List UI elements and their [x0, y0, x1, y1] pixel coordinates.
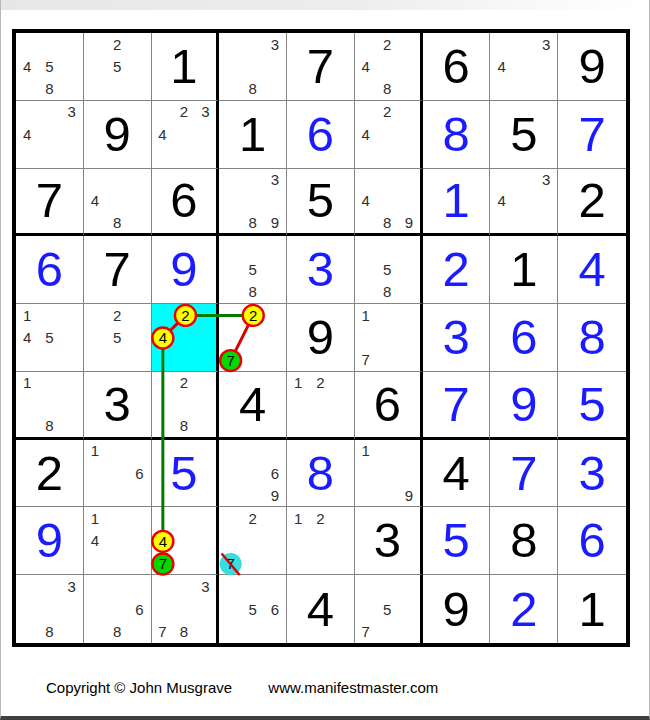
candidate-8: 8 [376, 78, 398, 100]
given-digit: 7 [84, 236, 151, 303]
candidate-4: 4 [355, 190, 377, 212]
candidate-grid: 25 [84, 33, 151, 100]
cell-r9c2[interactable]: 68 [84, 575, 152, 643]
candidate-grid: 24 [355, 101, 420, 168]
cell-r6c3[interactable]: 28 [152, 372, 220, 440]
given-digit: 5 [287, 169, 354, 234]
cell-r6c6[interactable]: 6 [355, 372, 423, 440]
cell-r3c9[interactable]: 2 [558, 169, 626, 237]
candidate-grid: 248 [355, 33, 420, 100]
given-digit: 1 [219, 101, 286, 168]
cell-r7c2[interactable]: 16 [84, 440, 152, 508]
cell-r8c2[interactable]: 14 [84, 507, 152, 575]
candidate-grid: 34 [490, 33, 557, 100]
cell-r9c9[interactable]: 1 [558, 575, 626, 643]
cell-r9c7[interactable]: 9 [423, 575, 491, 643]
candidate-7: 7 [355, 620, 377, 643]
candidate-grid: 28 [152, 372, 217, 437]
candidate-grid: 56 [219, 575, 286, 643]
solved-digit: 6 [16, 236, 83, 303]
cell-r7c4[interactable]: 69 [219, 440, 287, 508]
copyright-text: Copyright © John Musgrave [46, 679, 232, 696]
cell-r5c1[interactable]: 145 [16, 304, 84, 372]
candidate-1: 1 [287, 507, 309, 529]
candidate-4: 4 [355, 55, 377, 77]
cell-r5c5[interactable]: 9 [287, 304, 355, 372]
given-digit: 1 [152, 33, 217, 100]
candidate-1: 1 [84, 507, 106, 529]
sudoku-board: 4582513872486349349234162485774863895489… [12, 29, 630, 647]
candidate-6: 6 [264, 462, 286, 484]
candidate-8: 8 [38, 415, 60, 437]
solved-digit: 8 [558, 304, 626, 371]
candidate-5: 5 [376, 259, 398, 281]
candidate-3: 3 [264, 169, 286, 191]
candidate-9: 9 [398, 484, 420, 506]
cell-r2c9[interactable]: 7 [558, 101, 626, 169]
candidate-grid: 25 [84, 304, 151, 371]
cell-r4c4[interactable]: 58 [219, 236, 287, 304]
cell-r3c1[interactable]: 7 [16, 169, 84, 237]
cell-r2c7[interactable]: 8 [423, 101, 491, 169]
cell-r3c6[interactable]: 489 [355, 169, 423, 237]
candidate-grid: 48 [84, 169, 151, 234]
candidate-5: 5 [38, 55, 60, 77]
cell-r3c2[interactable]: 48 [84, 169, 152, 237]
solved-digit: 5 [558, 372, 626, 437]
cell-r6c9[interactable]: 5 [558, 372, 626, 440]
solved-digit: 5 [423, 507, 490, 574]
cell-r6c8[interactable]: 9 [490, 372, 558, 440]
candidate-3: 3 [195, 575, 217, 598]
given-digit: 6 [152, 169, 217, 234]
candidate-3: 3 [61, 101, 83, 123]
cell-r4c2[interactable]: 7 [84, 236, 152, 304]
website-text[interactable]: www.manifestmaster.com [268, 679, 438, 696]
candidate-grid: 57 [355, 575, 420, 643]
cell-r9c3[interactable]: 378 [152, 575, 220, 643]
cell-r9c1[interactable]: 38 [16, 575, 84, 643]
cell-r5c6[interactable]: 17 [355, 304, 423, 372]
candidate-2: 2 [173, 101, 195, 123]
cell-r8c5[interactable]: 12 [287, 507, 355, 575]
candidate-8: 8 [242, 281, 264, 303]
given-digit: 5 [490, 101, 557, 168]
cell-r8c9[interactable]: 6 [558, 507, 626, 575]
candidate-8: 8 [242, 212, 264, 234]
candidate-grid: 234 [152, 101, 217, 168]
candidate-grid: 378 [152, 575, 217, 643]
footer: Copyright © John Musgrave www.manifestma… [46, 679, 438, 696]
candidate-grid: 16 [84, 440, 151, 507]
given-digit: 9 [423, 575, 490, 643]
candidate-1: 1 [84, 440, 106, 462]
candidate-2: 2 [309, 507, 331, 529]
candidate-2: 2 [173, 372, 195, 394]
candidate-grid: 19 [355, 440, 420, 507]
candidate-4: 4 [16, 326, 38, 348]
given-digit: 3 [355, 507, 420, 574]
cell-r1c8[interactable]: 34 [490, 33, 558, 101]
cell-r2c4[interactable]: 1 [219, 101, 287, 169]
candidate-4: 4 [16, 55, 38, 77]
solved-digit: 3 [423, 304, 490, 371]
given-digit: 4 [287, 575, 354, 643]
cell-r4c9[interactable]: 4 [558, 236, 626, 304]
cell-r2c8[interactable]: 5 [490, 101, 558, 169]
solved-digit: 6 [490, 304, 557, 371]
window-top-strip [1, 0, 649, 10]
given-digit: 9 [84, 101, 151, 168]
candidate-5: 5 [376, 598, 398, 621]
cell-r2c1[interactable]: 34 [16, 101, 84, 169]
cell-r6c7[interactable]: 7 [423, 372, 491, 440]
candidate-8: 8 [242, 78, 264, 100]
candidate-7: 7 [355, 349, 377, 371]
candidate-4: 4 [84, 190, 106, 212]
solved-digit: 2 [423, 236, 490, 303]
cell-r1c6[interactable]: 248 [355, 33, 423, 101]
candidate-grid: 34 [16, 101, 83, 168]
candidate-grid: 489 [355, 169, 420, 234]
solved-digit: 5 [152, 440, 217, 507]
cell-r5c2[interactable]: 25 [84, 304, 152, 372]
candidate-3: 3 [264, 33, 286, 55]
candidate-grid: 12 [287, 372, 354, 437]
solved-digit: 3 [287, 236, 354, 303]
candidate-2: 2 [376, 33, 398, 55]
cell-r2c2[interactable]: 9 [84, 101, 152, 169]
candidate-grid: 38 [16, 575, 83, 643]
candidate-grid: 18 [16, 372, 83, 437]
cell-r7c8[interactable]: 7 [490, 440, 558, 508]
candidate-9: 9 [264, 212, 286, 234]
cell-r8c4[interactable]: 2 [219, 507, 287, 575]
candidate-grid: 145 [16, 304, 83, 371]
solved-digit: 7 [558, 101, 626, 168]
solved-digit: 3 [558, 440, 626, 507]
candidate-8: 8 [376, 281, 398, 303]
given-digit: 2 [558, 169, 626, 234]
candidate-1: 1 [355, 440, 377, 462]
cell-r6c2[interactable]: 3 [84, 372, 152, 440]
candidate-4: 4 [490, 55, 512, 77]
candidate-5: 5 [106, 326, 128, 348]
cell-r7c7[interactable]: 4 [423, 440, 491, 508]
given-digit: 1 [558, 575, 626, 643]
cell-r1c4[interactable]: 38 [219, 33, 287, 101]
given-digit: 3 [84, 372, 151, 437]
candidate-grid: 389 [219, 169, 286, 234]
cell-r8c7[interactable]: 5 [423, 507, 491, 575]
candidate-8: 8 [38, 78, 60, 100]
cell-r7c9[interactable]: 3 [558, 440, 626, 508]
candidate-3: 3 [535, 33, 557, 55]
candidate-4: 4 [84, 530, 106, 552]
candidate-2: 2 [106, 33, 128, 55]
cell-r1c3[interactable]: 1 [152, 33, 220, 101]
given-digit: 9 [287, 304, 354, 371]
given-digit: 2 [16, 440, 83, 507]
given-digit: 9 [558, 33, 626, 100]
candidate-2: 2 [309, 372, 331, 394]
candidate-3: 3 [535, 169, 557, 191]
cell-r6c5[interactable]: 12 [287, 372, 355, 440]
cell-r5c8[interactable]: 6 [490, 304, 558, 372]
solved-digit: 8 [423, 101, 490, 168]
candidate-9: 9 [398, 212, 420, 234]
candidate-grid: 68 [84, 575, 151, 643]
cell-r2c5[interactable]: 6 [287, 101, 355, 169]
candidate-4: 4 [16, 123, 38, 145]
candidate-grid: 69 [219, 440, 286, 507]
candidate-6: 6 [264, 598, 286, 621]
solved-digit: 4 [558, 236, 626, 303]
cell-r3c7[interactable]: 1 [423, 169, 491, 237]
sudoku-app-page: 4582513872486349349234162485774863895489… [0, 0, 650, 720]
candidate-grid: 38 [219, 33, 286, 100]
given-digit: 6 [423, 33, 490, 100]
cell-r5c9[interactable]: 8 [558, 304, 626, 372]
given-digit: 4 [219, 372, 286, 437]
candidate-grid: 58 [219, 236, 286, 303]
candidate-4: 4 [152, 123, 174, 145]
cell-r8c6[interactable]: 3 [355, 507, 423, 575]
candidate-4: 4 [355, 123, 377, 145]
candidate-8: 8 [173, 620, 195, 643]
cell-r6c1[interactable]: 18 [16, 372, 84, 440]
given-digit: 4 [423, 440, 490, 507]
cell-r4c1[interactable]: 6 [16, 236, 84, 304]
cell-r4c5[interactable]: 3 [287, 236, 355, 304]
cell-r2c3[interactable]: 234 [152, 101, 220, 169]
cell-r1c9[interactable]: 9 [558, 33, 626, 101]
cell-r7c5[interactable]: 8 [287, 440, 355, 508]
cell-r9c4[interactable]: 56 [219, 575, 287, 643]
cell-r4c7[interactable]: 2 [423, 236, 491, 304]
candidate-5: 5 [242, 598, 264, 621]
solved-digit: 8 [287, 440, 354, 507]
cell-r5c7[interactable]: 3 [423, 304, 491, 372]
given-digit: 6 [355, 372, 420, 437]
candidate-grid [152, 507, 217, 574]
candidate-1: 1 [287, 372, 309, 394]
solved-digit: 7 [490, 440, 557, 507]
cell-r3c5[interactable]: 5 [287, 169, 355, 237]
candidate-grid: 14 [84, 507, 151, 574]
candidate-5: 5 [242, 259, 264, 281]
candidate-9: 9 [264, 484, 286, 506]
cell-r3c8[interactable]: 34 [490, 169, 558, 237]
cell-r3c3[interactable]: 6 [152, 169, 220, 237]
cell-r2c6[interactable]: 24 [355, 101, 423, 169]
cell-r4c6[interactable]: 58 [355, 236, 423, 304]
cell-r7c3[interactable]: 5 [152, 440, 220, 508]
cell-r8c1[interactable]: 9 [16, 507, 84, 575]
candidate-2: 2 [106, 304, 128, 326]
candidate-8: 8 [173, 415, 195, 437]
solved-digit: 6 [287, 101, 354, 168]
candidate-1: 1 [16, 372, 38, 394]
solved-digit: 9 [490, 372, 557, 437]
candidate-8: 8 [376, 212, 398, 234]
candidate-5: 5 [106, 55, 128, 77]
cell-r6c4[interactable]: 4 [219, 372, 287, 440]
candidate-grid: 2 [219, 507, 286, 574]
cell-r5c4[interactable] [219, 304, 287, 372]
solved-digit: 9 [152, 236, 217, 303]
candidate-5: 5 [38, 326, 60, 348]
candidate-grid [219, 304, 286, 371]
given-digit: 8 [490, 507, 557, 574]
solved-digit: 2 [490, 575, 557, 643]
candidate-8: 8 [106, 620, 128, 643]
solved-digit: 6 [558, 507, 626, 574]
candidate-2: 2 [242, 507, 264, 529]
candidate-6: 6 [128, 598, 150, 621]
candidate-8: 8 [106, 212, 128, 234]
candidate-grid: 17 [355, 304, 420, 371]
candidate-2: 2 [376, 101, 398, 123]
candidate-grid: 58 [355, 236, 420, 303]
cell-r5c3[interactable] [152, 304, 220, 372]
candidate-grid [152, 304, 217, 371]
candidate-4: 4 [490, 190, 512, 212]
cell-r3c4[interactable]: 389 [219, 169, 287, 237]
cell-r1c1[interactable]: 458 [16, 33, 84, 101]
candidate-grid: 34 [490, 169, 557, 234]
cell-r9c5[interactable]: 4 [287, 575, 355, 643]
candidate-grid: 12 [287, 507, 354, 574]
cell-r1c5[interactable]: 7 [287, 33, 355, 101]
cell-r7c1[interactable]: 2 [16, 440, 84, 508]
cell-r8c3[interactable] [152, 507, 220, 575]
candidate-1: 1 [16, 304, 38, 326]
solved-digit: 9 [16, 507, 83, 574]
cell-r8c8[interactable]: 8 [490, 507, 558, 575]
solved-digit: 7 [423, 372, 490, 437]
given-digit: 1 [490, 236, 557, 303]
cell-r1c2[interactable]: 25 [84, 33, 152, 101]
candidate-1: 1 [355, 304, 377, 326]
cell-r4c8[interactable]: 1 [490, 236, 558, 304]
candidate-6: 6 [128, 462, 150, 484]
solved-digit: 1 [423, 169, 490, 234]
candidate-7: 7 [152, 620, 174, 643]
cell-r1c7[interactable]: 6 [423, 33, 491, 101]
cell-r4c3[interactable]: 9 [152, 236, 220, 304]
candidate-8: 8 [38, 620, 60, 643]
given-digit: 7 [287, 33, 354, 100]
given-digit: 7 [16, 169, 83, 234]
cell-r9c8[interactable]: 2 [490, 575, 558, 643]
candidate-3: 3 [195, 101, 217, 123]
cell-r9c6[interactable]: 57 [355, 575, 423, 643]
candidate-grid: 458 [16, 33, 83, 100]
candidate-3: 3 [61, 575, 83, 598]
cell-r7c6[interactable]: 19 [355, 440, 423, 508]
